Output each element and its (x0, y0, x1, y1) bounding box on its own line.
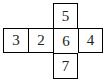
net-cell-face-3: 3 (3, 28, 28, 53)
net-cell-face-4: 4 (78, 28, 103, 53)
net-cell-face-5: 5 (53, 3, 78, 28)
net-cell-face-2: 2 (28, 28, 53, 53)
cube-net-board: 5 3 2 6 4 7 (3, 3, 103, 79)
net-cell-face-6: 6 (53, 28, 78, 53)
cube-net-diagram: 5 3 2 6 4 7 (0, 0, 107, 82)
net-cell-face-7: 7 (53, 53, 78, 79)
